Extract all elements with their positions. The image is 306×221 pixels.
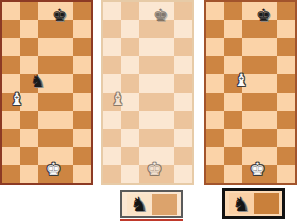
square xyxy=(174,93,192,111)
square xyxy=(224,38,242,56)
answer-tile: ♞ xyxy=(229,193,279,214)
answer-knight-square: ♞ xyxy=(229,193,254,214)
square xyxy=(121,129,139,147)
square xyxy=(139,20,157,38)
square xyxy=(242,74,260,92)
square xyxy=(38,2,56,20)
square xyxy=(156,93,174,111)
square xyxy=(20,56,38,74)
square xyxy=(121,20,139,38)
square xyxy=(55,74,73,92)
square xyxy=(277,74,295,92)
square xyxy=(139,93,157,111)
square xyxy=(121,93,139,111)
square xyxy=(139,129,157,147)
square xyxy=(277,20,295,38)
square xyxy=(206,165,224,183)
square xyxy=(73,74,91,92)
square xyxy=(224,129,242,147)
square xyxy=(277,38,295,56)
black-knight-icon: ♞ xyxy=(130,194,148,214)
square xyxy=(2,2,20,20)
square xyxy=(38,74,56,92)
square xyxy=(174,165,192,183)
square xyxy=(139,56,157,74)
answer-option-1[interactable]: ♞ xyxy=(120,190,183,218)
square xyxy=(174,147,192,165)
square xyxy=(121,74,139,92)
square xyxy=(206,93,224,111)
square xyxy=(2,129,20,147)
square xyxy=(55,165,73,183)
square xyxy=(73,38,91,56)
square xyxy=(259,56,277,74)
square xyxy=(38,93,56,111)
square xyxy=(156,2,174,20)
square xyxy=(20,129,38,147)
square xyxy=(121,2,139,20)
square xyxy=(242,129,260,147)
square xyxy=(259,111,277,129)
square xyxy=(277,56,295,74)
square xyxy=(2,56,20,74)
square xyxy=(55,38,73,56)
square xyxy=(156,147,174,165)
square xyxy=(55,93,73,111)
square xyxy=(139,2,157,20)
black-knight-icon: ♞ xyxy=(232,194,250,214)
square xyxy=(156,20,174,38)
square xyxy=(55,129,73,147)
square xyxy=(20,20,38,38)
square xyxy=(2,147,20,165)
square xyxy=(259,129,277,147)
square xyxy=(259,147,277,165)
square xyxy=(73,165,91,183)
square xyxy=(38,56,56,74)
square xyxy=(224,2,242,20)
square xyxy=(242,56,260,74)
square xyxy=(224,93,242,111)
square xyxy=(277,2,295,20)
square xyxy=(174,2,192,20)
square xyxy=(20,111,38,129)
square xyxy=(259,93,277,111)
square xyxy=(156,129,174,147)
square xyxy=(259,74,277,92)
square xyxy=(174,74,192,92)
square xyxy=(224,56,242,74)
square xyxy=(156,165,174,183)
square xyxy=(55,147,73,165)
square xyxy=(156,38,174,56)
square xyxy=(206,20,224,38)
square xyxy=(277,165,295,183)
square xyxy=(20,2,38,20)
square xyxy=(139,165,157,183)
square xyxy=(277,93,295,111)
chess-board: ♚♝♚ xyxy=(103,2,192,183)
square xyxy=(73,111,91,129)
square xyxy=(242,93,260,111)
square xyxy=(277,129,295,147)
square xyxy=(55,56,73,74)
square xyxy=(242,147,260,165)
square xyxy=(20,147,38,165)
square xyxy=(206,111,224,129)
chess-board: ♚♝♚ xyxy=(206,2,295,183)
square xyxy=(20,38,38,56)
square xyxy=(103,129,121,147)
square xyxy=(224,20,242,38)
square xyxy=(38,129,56,147)
square xyxy=(206,147,224,165)
square xyxy=(73,147,91,165)
square xyxy=(242,111,260,129)
square xyxy=(73,2,91,20)
square xyxy=(121,38,139,56)
square xyxy=(206,56,224,74)
square xyxy=(20,74,38,92)
square xyxy=(242,38,260,56)
square xyxy=(242,165,260,183)
square xyxy=(156,111,174,129)
square xyxy=(103,165,121,183)
square xyxy=(224,147,242,165)
square xyxy=(139,147,157,165)
answer-option-2-selected[interactable]: ♞ xyxy=(222,188,285,219)
square xyxy=(206,74,224,92)
board-panel-middle-faded: ♚♝♚ xyxy=(101,0,194,185)
square xyxy=(174,38,192,56)
puzzle-canvas: ♚♞♝♚ ♚♝♚ ♚♝♚ ♞ ♞ xyxy=(0,0,306,221)
square xyxy=(2,38,20,56)
square xyxy=(73,129,91,147)
red-feedback-bar xyxy=(120,219,183,221)
square xyxy=(174,20,192,38)
square xyxy=(2,93,20,111)
square xyxy=(277,111,295,129)
square xyxy=(55,111,73,129)
square xyxy=(103,74,121,92)
chess-board: ♚♞♝♚ xyxy=(2,2,91,183)
square xyxy=(242,2,260,20)
square xyxy=(103,20,121,38)
square xyxy=(259,165,277,183)
square xyxy=(103,147,121,165)
square xyxy=(121,147,139,165)
answer-tile: ♞ xyxy=(127,194,177,215)
board-panel-left: ♚♞♝♚ xyxy=(0,0,93,185)
square xyxy=(242,20,260,38)
square xyxy=(121,111,139,129)
square xyxy=(121,56,139,74)
square xyxy=(259,2,277,20)
square xyxy=(206,38,224,56)
board-panel-right: ♚♝♚ xyxy=(204,0,297,185)
square xyxy=(259,20,277,38)
square xyxy=(73,56,91,74)
square xyxy=(103,56,121,74)
square xyxy=(55,2,73,20)
square xyxy=(38,111,56,129)
square xyxy=(38,38,56,56)
square xyxy=(259,38,277,56)
square xyxy=(156,56,174,74)
square xyxy=(20,93,38,111)
square xyxy=(2,74,20,92)
square xyxy=(206,129,224,147)
answer-empty-square xyxy=(254,193,279,214)
square xyxy=(2,111,20,129)
square xyxy=(38,20,56,38)
square xyxy=(121,165,139,183)
square xyxy=(73,20,91,38)
square xyxy=(139,111,157,129)
square xyxy=(103,111,121,129)
square xyxy=(55,20,73,38)
square xyxy=(2,165,20,183)
square xyxy=(38,147,56,165)
square xyxy=(38,165,56,183)
square xyxy=(139,74,157,92)
square xyxy=(103,38,121,56)
square xyxy=(73,93,91,111)
square xyxy=(206,2,224,20)
square xyxy=(2,20,20,38)
answer-knight-square: ♞ xyxy=(127,194,152,215)
square xyxy=(277,147,295,165)
square xyxy=(103,93,121,111)
square xyxy=(224,74,242,92)
square xyxy=(139,38,157,56)
square xyxy=(103,2,121,20)
square xyxy=(174,56,192,74)
answer-empty-square xyxy=(152,194,177,215)
square xyxy=(20,165,38,183)
square xyxy=(224,165,242,183)
square xyxy=(224,111,242,129)
square xyxy=(156,74,174,92)
square xyxy=(174,111,192,129)
square xyxy=(174,129,192,147)
